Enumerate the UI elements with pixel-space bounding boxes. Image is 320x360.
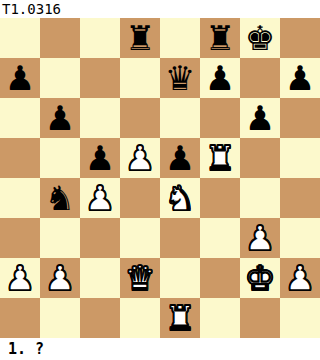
square-e8[interactable]	[160, 18, 200, 58]
move-prompt-bar: 1. ?	[0, 338, 320, 360]
square-a1[interactable]	[0, 298, 40, 338]
black-rook[interactable]: ♜	[205, 18, 235, 58]
move-prompt: 1. ?	[0, 340, 44, 358]
square-a5[interactable]	[0, 138, 40, 178]
white-rook[interactable]: ♜	[165, 298, 195, 338]
square-h8[interactable]	[280, 18, 320, 58]
square-e5[interactable]: ♟	[160, 138, 200, 178]
square-b6[interactable]: ♟	[40, 98, 80, 138]
black-pawn[interactable]: ♟	[5, 58, 35, 98]
square-a6[interactable]	[0, 98, 40, 138]
square-g1[interactable]	[240, 298, 280, 338]
square-c8[interactable]	[80, 18, 120, 58]
black-king[interactable]: ♚	[245, 18, 275, 58]
square-f6[interactable]	[200, 98, 240, 138]
white-pawn[interactable]: ♟	[85, 178, 115, 218]
square-f7[interactable]: ♟	[200, 58, 240, 98]
square-a4[interactable]	[0, 178, 40, 218]
square-b4[interactable]: ♞	[40, 178, 80, 218]
black-pawn[interactable]: ♟	[45, 98, 75, 138]
square-b7[interactable]	[40, 58, 80, 98]
black-pawn[interactable]: ♟	[285, 58, 315, 98]
square-g6[interactable]: ♟	[240, 98, 280, 138]
square-c3[interactable]	[80, 218, 120, 258]
square-e1[interactable]: ♜	[160, 298, 200, 338]
square-b2[interactable]: ♟	[40, 258, 80, 298]
square-g8[interactable]: ♚	[240, 18, 280, 58]
square-e3[interactable]	[160, 218, 200, 258]
square-h1[interactable]	[280, 298, 320, 338]
white-queen[interactable]: ♛	[125, 258, 155, 298]
square-h2[interactable]: ♟	[280, 258, 320, 298]
square-f5[interactable]: ♜	[200, 138, 240, 178]
square-d1[interactable]	[120, 298, 160, 338]
square-h7[interactable]: ♟	[280, 58, 320, 98]
square-a8[interactable]	[0, 18, 40, 58]
square-g4[interactable]	[240, 178, 280, 218]
square-c7[interactable]	[80, 58, 120, 98]
black-queen[interactable]: ♛	[165, 58, 195, 98]
square-f8[interactable]: ♜	[200, 18, 240, 58]
square-c6[interactable]	[80, 98, 120, 138]
square-d3[interactable]	[120, 218, 160, 258]
white-rook[interactable]: ♜	[205, 138, 235, 178]
white-pawn[interactable]: ♟	[125, 138, 155, 178]
square-f2[interactable]	[200, 258, 240, 298]
square-g3[interactable]: ♟	[240, 218, 280, 258]
square-d8[interactable]: ♜	[120, 18, 160, 58]
square-a7[interactable]: ♟	[0, 58, 40, 98]
white-king[interactable]: ♚	[245, 258, 275, 298]
square-d4[interactable]	[120, 178, 160, 218]
puzzle-title-bar: T1.0316	[0, 0, 320, 18]
square-c2[interactable]	[80, 258, 120, 298]
square-b8[interactable]	[40, 18, 80, 58]
square-e4[interactable]: ♞	[160, 178, 200, 218]
white-pawn[interactable]: ♟	[285, 258, 315, 298]
chess-board[interactable]: ♜♜♚♟♛♟♟♟♟♟♟♟♜♞♟♞♟♟♟♛♚♟♜	[0, 18, 320, 338]
square-g7[interactable]	[240, 58, 280, 98]
black-pawn[interactable]: ♟	[205, 58, 235, 98]
square-e6[interactable]	[160, 98, 200, 138]
square-h5[interactable]	[280, 138, 320, 178]
black-pawn[interactable]: ♟	[85, 138, 115, 178]
white-pawn[interactable]: ♟	[245, 218, 275, 258]
square-e7[interactable]: ♛	[160, 58, 200, 98]
square-f3[interactable]	[200, 218, 240, 258]
square-b5[interactable]	[40, 138, 80, 178]
white-pawn[interactable]: ♟	[5, 258, 35, 298]
square-a3[interactable]	[0, 218, 40, 258]
white-pawn[interactable]: ♟	[45, 258, 75, 298]
square-f4[interactable]	[200, 178, 240, 218]
square-a2[interactable]: ♟	[0, 258, 40, 298]
square-h4[interactable]	[280, 178, 320, 218]
square-b1[interactable]	[40, 298, 80, 338]
square-c1[interactable]	[80, 298, 120, 338]
square-g5[interactable]	[240, 138, 280, 178]
puzzle-id: T1.0316	[0, 0, 61, 18]
square-d6[interactable]	[120, 98, 160, 138]
square-c4[interactable]: ♟	[80, 178, 120, 218]
square-d2[interactable]: ♛	[120, 258, 160, 298]
square-b3[interactable]	[40, 218, 80, 258]
white-knight[interactable]: ♞	[165, 178, 195, 218]
square-h6[interactable]	[280, 98, 320, 138]
square-c5[interactable]: ♟	[80, 138, 120, 178]
square-f1[interactable]	[200, 298, 240, 338]
black-rook[interactable]: ♜	[125, 18, 155, 58]
square-d5[interactable]: ♟	[120, 138, 160, 178]
black-pawn[interactable]: ♟	[245, 98, 275, 138]
square-e2[interactable]	[160, 258, 200, 298]
square-d7[interactable]	[120, 58, 160, 98]
square-g2[interactable]: ♚	[240, 258, 280, 298]
black-pawn[interactable]: ♟	[165, 138, 195, 178]
square-h3[interactable]	[280, 218, 320, 258]
black-knight[interactable]: ♞	[45, 178, 75, 218]
